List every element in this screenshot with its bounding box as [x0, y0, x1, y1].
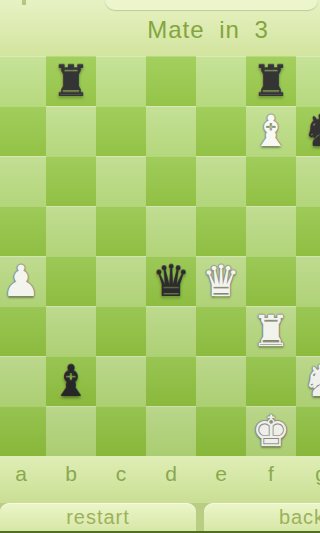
square-c5[interactable] — [96, 206, 146, 256]
file-coordinates-bar: abcdefg — [0, 456, 320, 503]
top-toolbar-divider — [22, 0, 26, 5]
square-g4[interactable] — [296, 256, 320, 306]
back-button[interactable]: back — [204, 503, 320, 531]
square-d8[interactable] — [146, 56, 196, 106]
black-rook-f8[interactable]: ♜ — [246, 56, 296, 106]
square-c6[interactable] — [96, 156, 146, 206]
square-e3[interactable] — [196, 306, 246, 356]
square-a2[interactable] — [0, 356, 46, 406]
coordinate-file-a: a — [0, 462, 46, 486]
square-f8[interactable]: ♜ — [246, 56, 296, 106]
square-b2[interactable]: ♝ — [46, 356, 96, 406]
white-bishop-f7[interactable]: ♝ — [246, 106, 296, 156]
app-screen: Mate in 3 ♜♜♝♞♟♛♛♜♝♞♚ abcdefg restart ba… — [0, 0, 320, 533]
square-f7[interactable]: ♝ — [246, 106, 296, 156]
square-f1[interactable]: ♚ — [246, 406, 296, 456]
square-g7[interactable]: ♞ — [296, 106, 320, 156]
square-f2[interactable] — [246, 356, 296, 406]
white-queen-e4[interactable]: ♛ — [196, 256, 246, 306]
square-c1[interactable] — [96, 406, 146, 456]
square-b4[interactable] — [46, 256, 96, 306]
black-bishop-b2[interactable]: ♝ — [46, 356, 96, 406]
square-d4[interactable]: ♛ — [146, 256, 196, 306]
square-c2[interactable] — [96, 356, 146, 406]
square-g6[interactable] — [296, 156, 320, 206]
square-a3[interactable] — [0, 306, 46, 356]
square-a8[interactable] — [0, 56, 46, 106]
bottom-button-bar: restart back — [0, 503, 320, 531]
square-e4[interactable]: ♛ — [196, 256, 246, 306]
square-g5[interactable] — [296, 206, 320, 256]
white-rook-f3[interactable]: ♜ — [246, 306, 296, 356]
square-c7[interactable] — [96, 106, 146, 156]
white-king-f1[interactable]: ♚ — [246, 406, 296, 456]
square-a6[interactable] — [0, 156, 46, 206]
square-e1[interactable] — [196, 406, 246, 456]
square-e6[interactable] — [196, 156, 246, 206]
coordinate-file-b: b — [46, 462, 96, 486]
square-b6[interactable] — [46, 156, 96, 206]
square-d1[interactable] — [146, 406, 196, 456]
square-b7[interactable] — [46, 106, 96, 156]
restart-button[interactable]: restart — [0, 503, 196, 531]
square-a7[interactable] — [0, 106, 46, 156]
square-a5[interactable] — [0, 206, 46, 256]
square-b1[interactable] — [46, 406, 96, 456]
coordinate-file-g: g — [296, 462, 320, 486]
square-e2[interactable] — [196, 356, 246, 406]
white-knight-g2[interactable]: ♞ — [296, 356, 320, 406]
square-b3[interactable] — [46, 306, 96, 356]
black-knight-g7[interactable]: ♞ — [296, 106, 320, 156]
square-d6[interactable] — [146, 156, 196, 206]
square-a1[interactable] — [0, 406, 46, 456]
square-d5[interactable] — [146, 206, 196, 256]
square-f4[interactable] — [246, 256, 296, 306]
square-c3[interactable] — [96, 306, 146, 356]
square-g8[interactable] — [296, 56, 320, 106]
puzzle-title: Mate in 3 — [118, 16, 298, 44]
square-a4[interactable]: ♟ — [0, 256, 46, 306]
square-d7[interactable] — [146, 106, 196, 156]
coordinate-file-f: f — [246, 462, 296, 486]
square-f3[interactable]: ♜ — [246, 306, 296, 356]
square-f6[interactable] — [246, 156, 296, 206]
black-queen-d4[interactable]: ♛ — [146, 256, 196, 306]
square-b8[interactable]: ♜ — [46, 56, 96, 106]
square-f5[interactable] — [246, 206, 296, 256]
chess-board: ♜♜♝♞♟♛♛♜♝♞♚ — [0, 56, 320, 456]
square-e8[interactable] — [196, 56, 246, 106]
square-d2[interactable] — [146, 356, 196, 406]
coordinate-file-c: c — [96, 462, 146, 486]
square-c8[interactable] — [96, 56, 146, 106]
title-bar: Mate in 3 — [0, 0, 320, 56]
square-e5[interactable] — [196, 206, 246, 256]
coordinate-file-e: e — [196, 462, 246, 486]
square-c4[interactable] — [96, 256, 146, 306]
top-toolbar-button-remnant — [105, 0, 318, 10]
square-e7[interactable] — [196, 106, 246, 156]
square-g3[interactable] — [296, 306, 320, 356]
square-g2[interactable]: ♞ — [296, 356, 320, 406]
square-g1[interactable] — [296, 406, 320, 456]
square-d3[interactable] — [146, 306, 196, 356]
black-rook-b8[interactable]: ♜ — [46, 56, 96, 106]
square-b5[interactable] — [46, 206, 96, 256]
white-pawn-a4[interactable]: ♟ — [0, 256, 46, 306]
coordinate-file-d: d — [146, 462, 196, 486]
